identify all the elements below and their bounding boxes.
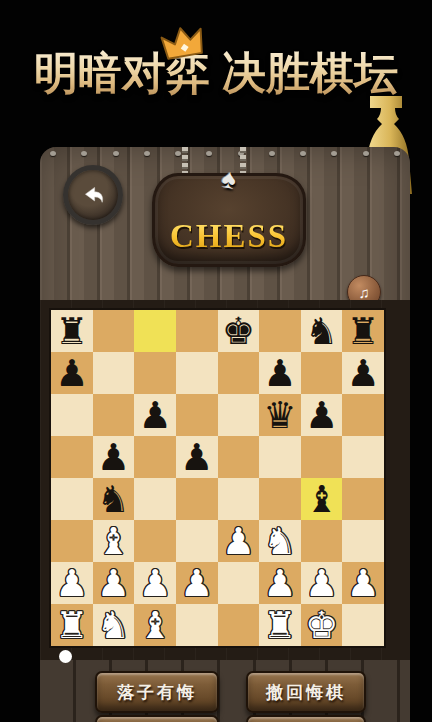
square-b8[interactable] — [93, 310, 135, 352]
square-g5[interactable] — [301, 436, 343, 478]
square-f2[interactable]: ♟ — [259, 562, 301, 604]
square-a3[interactable] — [51, 520, 93, 562]
square-h6[interactable] — [342, 394, 384, 436]
black-knight-g8[interactable]: ♞ — [305, 313, 338, 350]
square-a4[interactable] — [51, 478, 93, 520]
square-c7[interactable] — [134, 352, 176, 394]
square-g7[interactable] — [301, 352, 343, 394]
square-f3[interactable]: ♞ — [259, 520, 301, 562]
square-e1[interactable] — [218, 604, 260, 646]
chess-sign: ♠ CHESS — [152, 173, 306, 267]
nail-icon — [144, 151, 150, 156]
white-pawn-c2[interactable]: ♟ — [138, 565, 171, 602]
wood-panel: ♠ CHESS ♫ ♜♚♞♜♟♟♟♟♛♟♟♟♞♝♝♟♞♟♟♟♟♟♟♟♜♞♝♜♚ … — [40, 147, 410, 722]
white-knight-b1[interactable]: ♞ — [97, 607, 130, 644]
square-e5[interactable] — [218, 436, 260, 478]
chess-app-screen: 明暗对弈 决胜棋坛 ♠ CHESS ♫ — [0, 0, 432, 722]
square-h8[interactable]: ♜ — [342, 310, 384, 352]
black-bishop-g4[interactable]: ♝ — [305, 481, 338, 518]
music-note-icon: ♫ — [358, 284, 369, 301]
square-e7[interactable] — [218, 352, 260, 394]
square-c2[interactable]: ♟ — [134, 562, 176, 604]
undo-regret-button[interactable]: 落子有悔 — [95, 671, 219, 713]
white-pawn-e3[interactable]: ♟ — [222, 523, 255, 560]
square-c6[interactable]: ♟ — [134, 394, 176, 436]
square-d1[interactable] — [176, 604, 218, 646]
chess-board: ♜♚♞♜♟♟♟♟♛♟♟♟♞♝♝♟♞♟♟♟♟♟♟♟♜♞♝♜♚ — [51, 310, 384, 646]
white-knight-f3[interactable]: ♞ — [263, 523, 296, 560]
black-pawn-g6[interactable]: ♟ — [305, 397, 338, 434]
turn-indicator-dot — [59, 650, 72, 663]
black-pawn-b5[interactable]: ♟ — [97, 439, 130, 476]
nail-icon — [113, 151, 119, 156]
square-b1[interactable]: ♞ — [93, 604, 135, 646]
square-a5[interactable] — [51, 436, 93, 478]
square-c8[interactable] — [134, 310, 176, 352]
square-a2[interactable]: ♟ — [51, 562, 93, 604]
white-pawn-b2[interactable]: ♟ — [97, 565, 130, 602]
square-g3[interactable] — [301, 520, 343, 562]
square-e4[interactable] — [218, 478, 260, 520]
square-d2[interactable]: ♟ — [176, 562, 218, 604]
square-b2[interactable]: ♟ — [93, 562, 135, 604]
white-pawn-d2[interactable]: ♟ — [180, 565, 213, 602]
partial-button-left[interactable] — [95, 715, 219, 722]
square-f7[interactable]: ♟ — [259, 352, 301, 394]
black-pawn-a7[interactable]: ♟ — [55, 355, 88, 392]
square-d6[interactable] — [176, 394, 218, 436]
black-knight-b4[interactable]: ♞ — [97, 481, 130, 518]
white-pawn-h2[interactable]: ♟ — [347, 565, 380, 602]
square-c1[interactable]: ♝ — [134, 604, 176, 646]
square-e8[interactable]: ♚ — [218, 310, 260, 352]
black-rook-h8[interactable]: ♜ — [347, 313, 380, 350]
crown-icon — [157, 20, 209, 67]
white-pawn-g2[interactable]: ♟ — [305, 565, 338, 602]
spade-icon: ♠ — [219, 163, 238, 196]
square-e2[interactable] — [218, 562, 260, 604]
square-b3[interactable]: ♝ — [93, 520, 135, 562]
black-king-e8[interactable]: ♚ — [222, 313, 255, 350]
square-h3[interactable] — [342, 520, 384, 562]
square-a1[interactable]: ♜ — [51, 604, 93, 646]
square-g8[interactable]: ♞ — [301, 310, 343, 352]
nail-icon — [363, 151, 369, 156]
white-bishop-b3[interactable]: ♝ — [97, 523, 130, 560]
square-f4[interactable] — [259, 478, 301, 520]
square-b6[interactable] — [93, 394, 135, 436]
white-rook-a1[interactable]: ♜ — [55, 607, 88, 644]
square-d5[interactable]: ♟ — [176, 436, 218, 478]
square-g4[interactable]: ♝ — [301, 478, 343, 520]
square-h1[interactable] — [342, 604, 384, 646]
square-e3[interactable]: ♟ — [218, 520, 260, 562]
square-e6[interactable] — [218, 394, 260, 436]
nail-icon — [331, 151, 337, 156]
square-a8[interactable]: ♜ — [51, 310, 93, 352]
square-d4[interactable] — [176, 478, 218, 520]
square-d8[interactable] — [176, 310, 218, 352]
black-queen-f6[interactable]: ♛ — [263, 397, 296, 434]
nail-icon — [269, 151, 275, 156]
square-d7[interactable] — [176, 352, 218, 394]
nail-icon — [175, 151, 181, 156]
square-h4[interactable] — [342, 478, 384, 520]
square-f6[interactable]: ♛ — [259, 394, 301, 436]
square-g2[interactable]: ♟ — [301, 562, 343, 604]
square-c4[interactable] — [134, 478, 176, 520]
white-pawn-a2[interactable]: ♟ — [55, 565, 88, 602]
black-pawn-h7[interactable]: ♟ — [347, 355, 380, 392]
nail-icon — [300, 151, 306, 156]
square-d3[interactable] — [176, 520, 218, 562]
nail-icon — [81, 151, 87, 156]
black-pawn-c6[interactable]: ♟ — [138, 397, 171, 434]
white-bishop-c1[interactable]: ♝ — [138, 607, 171, 644]
back-arrow-icon — [79, 182, 107, 208]
square-b7[interactable] — [93, 352, 135, 394]
take-back-move-button[interactable]: 撤回悔棋 — [246, 671, 366, 713]
square-f1[interactable]: ♜ — [259, 604, 301, 646]
black-pawn-f7[interactable]: ♟ — [263, 355, 296, 392]
black-pawn-d5[interactable]: ♟ — [180, 439, 213, 476]
square-a7[interactable]: ♟ — [51, 352, 93, 394]
square-f8[interactable] — [259, 310, 301, 352]
square-c3[interactable] — [134, 520, 176, 562]
partial-button-right[interactable] — [246, 715, 366, 722]
square-g6[interactable]: ♟ — [301, 394, 343, 436]
nail-row — [50, 151, 400, 156]
square-b5[interactable]: ♟ — [93, 436, 135, 478]
square-h5[interactable] — [342, 436, 384, 478]
square-h7[interactable]: ♟ — [342, 352, 384, 394]
nail-icon — [50, 151, 56, 156]
white-pawn-f2[interactable]: ♟ — [263, 565, 296, 602]
white-rook-f1[interactable]: ♜ — [263, 607, 296, 644]
square-h2[interactable]: ♟ — [342, 562, 384, 604]
square-b4[interactable]: ♞ — [93, 478, 135, 520]
square-c5[interactable] — [134, 436, 176, 478]
square-g1[interactable]: ♚ — [301, 604, 343, 646]
black-rook-a8[interactable]: ♜ — [55, 313, 88, 350]
square-a6[interactable] — [51, 394, 93, 436]
sign-title: CHESS — [155, 218, 303, 255]
white-king-g1[interactable]: ♚ — [305, 607, 338, 644]
square-f5[interactable] — [259, 436, 301, 478]
back-button[interactable] — [63, 165, 123, 225]
nail-icon — [394, 151, 400, 156]
nail-icon — [206, 151, 212, 156]
